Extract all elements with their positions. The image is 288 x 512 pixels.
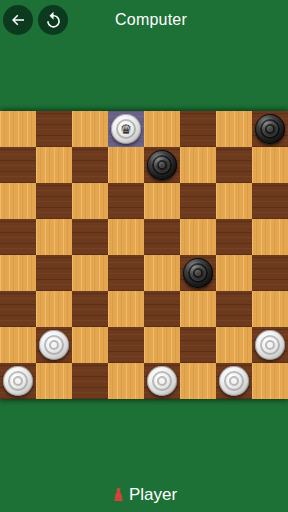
square-r0c7[interactable]	[252, 111, 288, 147]
square-r2c1[interactable]	[36, 183, 72, 219]
square-r1c1	[36, 147, 72, 183]
square-r6c0	[0, 327, 36, 363]
square-r3c4[interactable]	[144, 219, 180, 255]
square-r1c7	[252, 147, 288, 183]
player-pawn-icon	[111, 484, 126, 505]
square-r2c3[interactable]	[108, 183, 144, 219]
square-r3c0[interactable]	[0, 219, 36, 255]
square-r1c2[interactable]	[72, 147, 108, 183]
square-r4c3[interactable]	[108, 255, 144, 291]
square-r1c0[interactable]	[0, 147, 36, 183]
board: ♛	[0, 111, 288, 399]
square-r5c4[interactable]	[144, 291, 180, 327]
square-r4c2	[72, 255, 108, 291]
square-r5c5	[180, 291, 216, 327]
square-r0c5[interactable]	[180, 111, 216, 147]
square-r5c7	[252, 291, 288, 327]
square-r4c5[interactable]	[180, 255, 216, 291]
king-crown-icon: ♛	[111, 114, 141, 144]
square-r6c7[interactable]	[252, 327, 288, 363]
square-r4c7[interactable]	[252, 255, 288, 291]
square-r3c2[interactable]	[72, 219, 108, 255]
black-man[interactable]	[147, 150, 177, 180]
square-r1c6[interactable]	[216, 147, 252, 183]
square-r7c4[interactable]	[144, 363, 180, 399]
square-r1c4[interactable]	[144, 147, 180, 183]
square-r3c3	[108, 219, 144, 255]
square-r5c0[interactable]	[0, 291, 36, 327]
white-man[interactable]	[147, 366, 177, 396]
square-r0c1[interactable]	[36, 111, 72, 147]
square-r7c1	[36, 363, 72, 399]
square-r4c0	[0, 255, 36, 291]
square-r5c3	[108, 291, 144, 327]
square-r2c2	[72, 183, 108, 219]
square-r7c2[interactable]	[72, 363, 108, 399]
square-r7c7	[252, 363, 288, 399]
square-r7c3	[108, 363, 144, 399]
square-r6c2	[72, 327, 108, 363]
white-man[interactable]	[3, 366, 33, 396]
opponent-title: Computer	[7, 11, 288, 29]
square-r2c7[interactable]	[252, 183, 288, 219]
square-r0c3[interactable]: ♛	[108, 111, 144, 147]
black-man[interactable]	[183, 258, 213, 288]
square-r2c4	[144, 183, 180, 219]
white-king[interactable]: ♛	[111, 114, 141, 144]
square-r2c0	[0, 183, 36, 219]
square-r1c3	[108, 147, 144, 183]
square-r5c2[interactable]	[72, 291, 108, 327]
square-r2c6	[216, 183, 252, 219]
square-r0c0	[0, 111, 36, 147]
player-bar: Player	[0, 484, 288, 505]
square-r5c1	[36, 291, 72, 327]
white-man[interactable]	[219, 366, 249, 396]
square-r6c5[interactable]	[180, 327, 216, 363]
square-r2c5[interactable]	[180, 183, 216, 219]
square-r6c4	[144, 327, 180, 363]
square-r0c6	[216, 111, 252, 147]
square-r5c6[interactable]	[216, 291, 252, 327]
square-r7c6[interactable]	[216, 363, 252, 399]
square-r4c6	[216, 255, 252, 291]
square-r7c5	[180, 363, 216, 399]
square-r6c1[interactable]	[36, 327, 72, 363]
square-r3c5	[180, 219, 216, 255]
square-r3c6[interactable]	[216, 219, 252, 255]
square-r7c0[interactable]	[0, 363, 36, 399]
white-man[interactable]	[39, 330, 69, 360]
square-r0c2	[72, 111, 108, 147]
black-man[interactable]	[255, 114, 285, 144]
app-screen: Computer ♛ Player	[0, 0, 288, 512]
square-r4c4	[144, 255, 180, 291]
square-r0c4	[144, 111, 180, 147]
square-r6c6	[216, 327, 252, 363]
square-r4c1[interactable]	[36, 255, 72, 291]
square-r6c3[interactable]	[108, 327, 144, 363]
square-r3c1	[36, 219, 72, 255]
white-man[interactable]	[255, 330, 285, 360]
square-r3c7	[252, 219, 288, 255]
player-label: Player	[129, 485, 177, 505]
square-r1c5	[180, 147, 216, 183]
